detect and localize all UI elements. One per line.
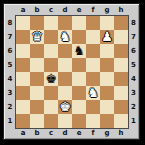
square-h6[interactable] <box>114 44 128 58</box>
square-b8[interactable] <box>30 16 44 30</box>
square-a4[interactable] <box>16 72 30 86</box>
rank-label-right-1: 1 <box>128 114 139 128</box>
file-label-top-d: d <box>58 4 72 16</box>
square-f8[interactable] <box>86 16 100 30</box>
square-f4[interactable] <box>86 72 100 86</box>
square-f6[interactable] <box>86 44 100 58</box>
square-d5[interactable] <box>58 58 72 72</box>
square-e2[interactable] <box>72 100 86 114</box>
square-h2[interactable] <box>114 100 128 114</box>
square-d6[interactable] <box>58 44 72 58</box>
square-g3[interactable] <box>100 86 114 100</box>
board-frame-corner-top-left <box>4 4 16 16</box>
square-b2[interactable] <box>30 100 44 114</box>
square-a1[interactable] <box>16 114 30 128</box>
square-e7[interactable] <box>72 30 86 44</box>
square-f3[interactable]: ♞ <box>86 86 100 100</box>
white-king[interactable]: ♚ <box>59 100 71 114</box>
square-e4[interactable] <box>72 72 86 86</box>
square-f5[interactable] <box>86 58 100 72</box>
file-label-bottom-b: b <box>30 128 44 139</box>
file-label-bottom-h: h <box>114 128 128 139</box>
rank-label-right-6: 6 <box>128 44 139 58</box>
rank-label-right-8: 8 <box>128 16 139 30</box>
white-knight[interactable]: ♞ <box>87 86 99 100</box>
square-c5[interactable] <box>44 58 58 72</box>
file-label-bottom-g: g <box>100 128 114 139</box>
square-d3[interactable] <box>58 86 72 100</box>
file-label-bottom-e: e <box>72 128 86 139</box>
rank-label-left-3: 3 <box>4 86 16 100</box>
file-label-top-a: a <box>16 4 30 16</box>
square-g8[interactable] <box>100 16 114 30</box>
square-e3[interactable] <box>72 86 86 100</box>
square-a6[interactable] <box>16 44 30 58</box>
square-a2[interactable] <box>16 100 30 114</box>
square-h7[interactable] <box>114 30 128 44</box>
board-frame-corner-bottom-right <box>128 128 139 139</box>
file-label-top-b: b <box>30 4 44 16</box>
file-label-bottom-c: c <box>44 128 58 139</box>
white-pawn[interactable]: ♟ <box>101 30 113 44</box>
square-c8[interactable] <box>44 16 58 30</box>
rank-label-right-3: 3 <box>128 86 139 100</box>
square-c1[interactable] <box>44 114 58 128</box>
square-g1[interactable] <box>100 114 114 128</box>
rank-label-left-8: 8 <box>4 16 16 30</box>
square-d8[interactable] <box>58 16 72 30</box>
square-h3[interactable] <box>114 86 128 100</box>
square-d2[interactable]: ♚ <box>58 100 72 114</box>
white-queen[interactable]: ♛ <box>31 30 43 44</box>
square-d1[interactable] <box>58 114 72 128</box>
square-a8[interactable] <box>16 16 30 30</box>
white-knight[interactable]: ♞ <box>59 30 71 44</box>
square-f2[interactable] <box>86 100 100 114</box>
file-label-bottom-f: f <box>86 128 100 139</box>
square-b5[interactable] <box>30 58 44 72</box>
board-frame-corner-bottom-left <box>4 128 16 139</box>
file-label-top-e: e <box>72 4 86 16</box>
square-f7[interactable] <box>86 30 100 44</box>
square-d4[interactable] <box>58 72 72 86</box>
square-g6[interactable] <box>100 44 114 58</box>
board-frame: abcdefgh887♛♞♟76♞6554♚43♞32♚211abcdefgh <box>3 3 140 140</box>
rank-label-left-4: 4 <box>4 72 16 86</box>
square-g7[interactable]: ♟ <box>100 30 114 44</box>
rank-label-left-1: 1 <box>4 114 16 128</box>
rank-label-left-5: 5 <box>4 58 16 72</box>
square-e8[interactable] <box>72 16 86 30</box>
board-frame-corner-top-right <box>128 4 139 16</box>
square-c3[interactable] <box>44 86 58 100</box>
file-label-top-g: g <box>100 4 114 16</box>
rank-label-right-2: 2 <box>128 100 139 114</box>
square-h5[interactable] <box>114 58 128 72</box>
black-king[interactable]: ♚ <box>45 72 57 86</box>
square-b6[interactable] <box>30 44 44 58</box>
square-e1[interactable] <box>72 114 86 128</box>
file-label-bottom-d: d <box>58 128 72 139</box>
rank-label-left-2: 2 <box>4 100 16 114</box>
file-label-bottom-a: a <box>16 128 30 139</box>
square-b3[interactable] <box>30 86 44 100</box>
rank-label-right-4: 4 <box>128 72 139 86</box>
rank-label-right-5: 5 <box>128 58 139 72</box>
square-g5[interactable] <box>100 58 114 72</box>
file-label-top-h: h <box>114 4 128 16</box>
square-g4[interactable] <box>100 72 114 86</box>
square-e5[interactable] <box>72 58 86 72</box>
rank-label-right-7: 7 <box>128 30 139 44</box>
square-a3[interactable] <box>16 86 30 100</box>
rank-label-left-6: 6 <box>4 44 16 58</box>
square-b7[interactable]: ♛ <box>30 30 44 44</box>
square-c2[interactable] <box>44 100 58 114</box>
board-grid: abcdefgh887♛♞♟76♞6554♚43♞32♚211abcdefgh <box>4 4 139 139</box>
file-label-top-f: f <box>86 4 100 16</box>
square-c4[interactable]: ♚ <box>44 72 58 86</box>
square-g2[interactable] <box>100 100 114 114</box>
square-a7[interactable] <box>16 30 30 44</box>
file-label-top-c: c <box>44 4 58 16</box>
rank-label-left-7: 7 <box>4 30 16 44</box>
square-e6[interactable]: ♞ <box>72 44 86 58</box>
square-h4[interactable] <box>114 72 128 86</box>
square-c7[interactable] <box>44 30 58 44</box>
square-a5[interactable] <box>16 58 30 72</box>
black-knight[interactable]: ♞ <box>73 44 85 58</box>
square-d7[interactable]: ♞ <box>58 30 72 44</box>
square-b1[interactable] <box>30 114 44 128</box>
square-c6[interactable] <box>44 44 58 58</box>
square-f1[interactable] <box>86 114 100 128</box>
square-h8[interactable] <box>114 16 128 30</box>
square-b4[interactable] <box>30 72 44 86</box>
square-h1[interactable] <box>114 114 128 128</box>
